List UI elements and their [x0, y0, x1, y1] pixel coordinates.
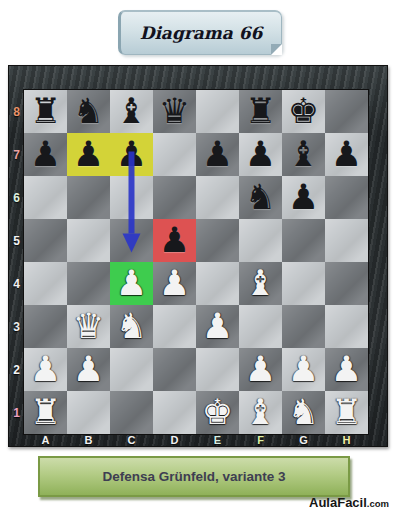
black-rook-f8[interactable]: ♜ — [245, 90, 276, 133]
rank-labels: 87654321 — [9, 90, 24, 434]
white-pawn-a2[interactable]: ♟ — [30, 348, 61, 391]
square-h3[interactable] — [325, 305, 368, 348]
file-label-e: E — [196, 434, 239, 446]
black-pawn-d5[interactable]: ♟ — [159, 219, 190, 262]
square-d2[interactable] — [153, 348, 196, 391]
file-label-h: H — [325, 434, 368, 446]
square-a4[interactable] — [24, 262, 67, 305]
square-d6[interactable] — [153, 176, 196, 219]
square-e8[interactable] — [196, 90, 239, 133]
square-h8[interactable] — [325, 90, 368, 133]
square-b1[interactable] — [67, 391, 110, 434]
square-b2[interactable]: ♟ — [67, 348, 110, 391]
white-knight-g1[interactable]: ♞ — [288, 391, 319, 434]
square-b8[interactable]: ♞ — [67, 90, 110, 133]
square-g4[interactable] — [282, 262, 325, 305]
square-b3[interactable]: ♛ — [67, 305, 110, 348]
square-c5[interactable] — [110, 219, 153, 262]
white-bishop-f4[interactable]: ♝ — [245, 262, 276, 305]
square-d7[interactable] — [153, 133, 196, 176]
square-c7[interactable]: ♟ — [110, 133, 153, 176]
rank-label-3: 3 — [9, 305, 24, 348]
square-f5[interactable] — [239, 219, 282, 262]
square-c4[interactable]: ♟ — [110, 262, 153, 305]
square-c8[interactable]: ♝ — [110, 90, 153, 133]
white-rook-h1[interactable]: ♜ — [331, 391, 362, 434]
square-e3[interactable]: ♟ — [196, 305, 239, 348]
square-h4[interactable] — [325, 262, 368, 305]
page: Diagrama 66 87654321 ♜♞♝♛♜♚♟♟♟♟♟♝♟♞♟♟♟♟♝… — [0, 0, 394, 511]
square-b4[interactable] — [67, 262, 110, 305]
square-e4[interactable] — [196, 262, 239, 305]
square-e5[interactable] — [196, 219, 239, 262]
white-pawn-h2[interactable]: ♟ — [331, 348, 362, 391]
rank-label-6: 6 — [9, 176, 24, 219]
rank-label-8: 8 — [9, 90, 24, 133]
watermark-suffix: .com — [367, 498, 389, 509]
square-e7[interactable]: ♟ — [196, 133, 239, 176]
square-h6[interactable] — [325, 176, 368, 219]
square-b7[interactable]: ♟ — [67, 133, 110, 176]
square-d3[interactable] — [153, 305, 196, 348]
black-knight-b8[interactable]: ♞ — [73, 90, 104, 133]
square-a5[interactable] — [24, 219, 67, 262]
square-g3[interactable] — [282, 305, 325, 348]
white-king-e1[interactable]: ♚ — [202, 391, 233, 434]
square-c2[interactable] — [110, 348, 153, 391]
square-d1[interactable] — [153, 391, 196, 434]
square-d8[interactable]: ♛ — [153, 90, 196, 133]
white-pawn-b2[interactable]: ♟ — [73, 348, 104, 391]
square-a8[interactable]: ♜ — [24, 90, 67, 133]
square-f2[interactable]: ♟ — [239, 348, 282, 391]
square-h2[interactable]: ♟ — [325, 348, 368, 391]
black-bishop-g7[interactable]: ♝ — [288, 133, 319, 176]
file-labels: ABCDEFGH — [24, 434, 368, 446]
watermark: AulaFacil.com — [309, 493, 389, 511]
square-f4[interactable]: ♝ — [239, 262, 282, 305]
chess-board-frame: 87654321 ♜♞♝♛♜♚♟♟♟♟♟♝♟♞♟♟♟♟♝♛♞♟♟♟♟♟♟♜♚♝♞… — [8, 65, 388, 447]
rank-label-5: 5 — [9, 219, 24, 262]
square-g2[interactable]: ♟ — [282, 348, 325, 391]
square-g8[interactable]: ♚ — [282, 90, 325, 133]
black-pawn-e7[interactable]: ♟ — [202, 133, 233, 176]
rank-label-4: 4 — [9, 262, 24, 305]
square-e2[interactable] — [196, 348, 239, 391]
square-e1[interactable]: ♚ — [196, 391, 239, 434]
square-g7[interactable]: ♝ — [282, 133, 325, 176]
white-bishop-f1[interactable]: ♝ — [245, 391, 276, 434]
square-a3[interactable] — [24, 305, 67, 348]
white-knight-c3[interactable]: ♞ — [116, 305, 147, 348]
square-g6[interactable]: ♟ — [282, 176, 325, 219]
black-knight-f6[interactable]: ♞ — [245, 176, 276, 219]
square-f6[interactable]: ♞ — [239, 176, 282, 219]
square-a1[interactable]: ♜ — [24, 391, 67, 434]
black-pawn-h7[interactable]: ♟ — [331, 133, 362, 176]
file-label-d: D — [153, 434, 196, 446]
square-c6[interactable] — [110, 176, 153, 219]
square-a2[interactable]: ♟ — [24, 348, 67, 391]
chess-board: ♜♞♝♛♜♚♟♟♟♟♟♝♟♞♟♟♟♟♝♛♞♟♟♟♟♟♟♜♚♝♞♜ — [24, 90, 368, 434]
square-f7[interactable]: ♟ — [239, 133, 282, 176]
square-g1[interactable]: ♞ — [282, 391, 325, 434]
white-pawn-d4[interactable]: ♟ — [159, 262, 190, 305]
square-b6[interactable] — [67, 176, 110, 219]
watermark-brand: AulaFacil — [309, 495, 367, 510]
diagram-title: Diagrama 66 — [140, 23, 263, 43]
white-pawn-c4[interactable]: ♟ — [116, 262, 147, 305]
black-pawn-f7[interactable]: ♟ — [245, 133, 276, 176]
rank-label-1: 1 — [9, 391, 24, 434]
file-label-c: C — [110, 434, 153, 446]
square-d5[interactable]: ♟ — [153, 219, 196, 262]
square-a6[interactable] — [24, 176, 67, 219]
black-pawn-b7[interactable]: ♟ — [73, 133, 104, 176]
white-queen-b3[interactable]: ♛ — [73, 305, 104, 348]
black-pawn-c7[interactable]: ♟ — [116, 133, 147, 176]
square-e6[interactable] — [196, 176, 239, 219]
black-king-g8[interactable]: ♚ — [288, 90, 319, 133]
file-label-f: F — [239, 434, 282, 446]
square-b5[interactable] — [67, 219, 110, 262]
black-pawn-a7[interactable]: ♟ — [30, 133, 61, 176]
square-c3[interactable]: ♞ — [110, 305, 153, 348]
square-f1[interactable]: ♝ — [239, 391, 282, 434]
square-f3[interactable] — [239, 305, 282, 348]
square-h7[interactable]: ♟ — [325, 133, 368, 176]
rank-label-7: 7 — [9, 133, 24, 176]
caption-bar: Defensa Grünfeld, variante 3 — [38, 456, 350, 497]
file-label-a: A — [24, 434, 67, 446]
white-pawn-g2[interactable]: ♟ — [288, 348, 319, 391]
square-h5[interactable] — [325, 219, 368, 262]
square-h1[interactable]: ♜ — [325, 391, 368, 434]
square-g5[interactable] — [282, 219, 325, 262]
white-rook-a1[interactable]: ♜ — [30, 391, 61, 434]
black-pawn-g6[interactable]: ♟ — [288, 176, 319, 219]
file-label-g: G — [282, 434, 325, 446]
square-d4[interactable]: ♟ — [153, 262, 196, 305]
black-bishop-c8[interactable]: ♝ — [116, 90, 147, 133]
square-f8[interactable]: ♜ — [239, 90, 282, 133]
black-queen-d8[interactable]: ♛ — [159, 90, 190, 133]
file-label-b: B — [67, 434, 110, 446]
diagram-title-note: Diagrama 66 — [118, 10, 282, 55]
note-fold-corner — [271, 44, 282, 55]
caption-text: Defensa Grünfeld, variante 3 — [102, 469, 285, 484]
black-rook-a8[interactable]: ♜ — [30, 90, 61, 133]
white-pawn-f2[interactable]: ♟ — [245, 348, 276, 391]
white-pawn-e3[interactable]: ♟ — [202, 305, 233, 348]
square-c1[interactable] — [110, 391, 153, 434]
square-a7[interactable]: ♟ — [24, 133, 67, 176]
rank-label-2: 2 — [9, 348, 24, 391]
